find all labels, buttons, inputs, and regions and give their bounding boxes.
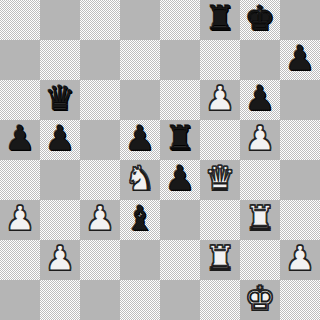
square-c3[interactable]: ♟ xyxy=(80,200,120,240)
square-d8[interactable] xyxy=(120,0,160,40)
square-h7[interactable]: ♟ xyxy=(280,40,320,80)
square-c2[interactable] xyxy=(80,240,120,280)
white-king-g1[interactable]: ♚ xyxy=(245,278,275,318)
square-g7[interactable] xyxy=(240,40,280,80)
square-d1[interactable] xyxy=(120,280,160,320)
square-a2[interactable] xyxy=(0,240,40,280)
square-b2[interactable]: ♟ xyxy=(40,240,80,280)
square-h2[interactable]: ♟ xyxy=(280,240,320,280)
square-h3[interactable] xyxy=(280,200,320,240)
square-a3[interactable]: ♟ xyxy=(0,200,40,240)
square-b1[interactable] xyxy=(40,280,80,320)
square-h8[interactable] xyxy=(280,0,320,40)
square-g8[interactable]: ♚ xyxy=(240,0,280,40)
square-b5[interactable]: ♟ xyxy=(40,120,80,160)
square-g5[interactable]: ♟ xyxy=(240,120,280,160)
black-rook-e5[interactable]: ♜ xyxy=(165,118,195,158)
square-g1[interactable]: ♚ xyxy=(240,280,280,320)
white-pawn-c3[interactable]: ♟ xyxy=(85,198,115,238)
square-b7[interactable] xyxy=(40,40,80,80)
square-e8[interactable] xyxy=(160,0,200,40)
square-e5[interactable]: ♜ xyxy=(160,120,200,160)
square-f8[interactable]: ♜ xyxy=(200,0,240,40)
black-pawn-h7[interactable]: ♟ xyxy=(285,38,315,78)
square-h5[interactable] xyxy=(280,120,320,160)
square-b4[interactable] xyxy=(40,160,80,200)
square-a6[interactable] xyxy=(0,80,40,120)
square-a4[interactable] xyxy=(0,160,40,200)
black-bishop-d3[interactable]: ♝ xyxy=(125,198,155,238)
square-a5[interactable]: ♟ xyxy=(0,120,40,160)
black-queen-b6[interactable]: ♛ xyxy=(45,78,75,118)
white-pawn-f6[interactable]: ♟ xyxy=(205,78,235,118)
square-b8[interactable] xyxy=(40,0,80,40)
white-rook-g3[interactable]: ♜ xyxy=(245,198,275,238)
square-h1[interactable] xyxy=(280,280,320,320)
square-e3[interactable] xyxy=(160,200,200,240)
square-g3[interactable]: ♜ xyxy=(240,200,280,240)
square-d2[interactable] xyxy=(120,240,160,280)
square-d3[interactable]: ♝ xyxy=(120,200,160,240)
square-b3[interactable] xyxy=(40,200,80,240)
square-d5[interactable]: ♟ xyxy=(120,120,160,160)
square-e4[interactable]: ♟ xyxy=(160,160,200,200)
square-c1[interactable] xyxy=(80,280,120,320)
black-king-g8[interactable]: ♚ xyxy=(245,0,275,38)
square-c6[interactable] xyxy=(80,80,120,120)
square-d4[interactable]: ♞ xyxy=(120,160,160,200)
square-g2[interactable] xyxy=(240,240,280,280)
square-b6[interactable]: ♛ xyxy=(40,80,80,120)
square-c8[interactable] xyxy=(80,0,120,40)
white-rook-f2[interactable]: ♜ xyxy=(205,238,235,278)
square-a7[interactable] xyxy=(0,40,40,80)
white-pawn-h2[interactable]: ♟ xyxy=(285,238,315,278)
square-g4[interactable] xyxy=(240,160,280,200)
square-a8[interactable] xyxy=(0,0,40,40)
square-f6[interactable]: ♟ xyxy=(200,80,240,120)
square-a1[interactable] xyxy=(0,280,40,320)
square-c7[interactable] xyxy=(80,40,120,80)
square-d6[interactable] xyxy=(120,80,160,120)
square-c5[interactable] xyxy=(80,120,120,160)
white-pawn-g5[interactable]: ♟ xyxy=(245,118,275,158)
square-f5[interactable] xyxy=(200,120,240,160)
square-f3[interactable] xyxy=(200,200,240,240)
black-pawn-e4[interactable]: ♟ xyxy=(165,158,195,198)
square-e2[interactable] xyxy=(160,240,200,280)
chess-board: ♜♚♟♛♟♟♟♟♟♜♟♞♟♛♟♟♝♜♟♜♟♚ xyxy=(0,0,320,320)
white-queen-f4[interactable]: ♛ xyxy=(205,158,235,198)
square-e7[interactable] xyxy=(160,40,200,80)
square-f1[interactable] xyxy=(200,280,240,320)
square-e1[interactable] xyxy=(160,280,200,320)
square-f7[interactable] xyxy=(200,40,240,80)
white-pawn-a3[interactable]: ♟ xyxy=(5,198,35,238)
white-knight-d4[interactable]: ♞ xyxy=(125,158,155,198)
square-g6[interactable]: ♟ xyxy=(240,80,280,120)
square-e6[interactable] xyxy=(160,80,200,120)
square-c4[interactable] xyxy=(80,160,120,200)
black-pawn-a5[interactable]: ♟ xyxy=(5,118,35,158)
square-f2[interactable]: ♜ xyxy=(200,240,240,280)
square-h4[interactable] xyxy=(280,160,320,200)
square-d7[interactable] xyxy=(120,40,160,80)
black-rook-f8[interactable]: ♜ xyxy=(205,0,235,38)
black-pawn-d5[interactable]: ♟ xyxy=(125,118,155,158)
white-pawn-b2[interactable]: ♟ xyxy=(45,238,75,278)
black-pawn-g6[interactable]: ♟ xyxy=(245,78,275,118)
square-h6[interactable] xyxy=(280,80,320,120)
black-pawn-b5[interactable]: ♟ xyxy=(45,118,75,158)
square-f4[interactable]: ♛ xyxy=(200,160,240,200)
